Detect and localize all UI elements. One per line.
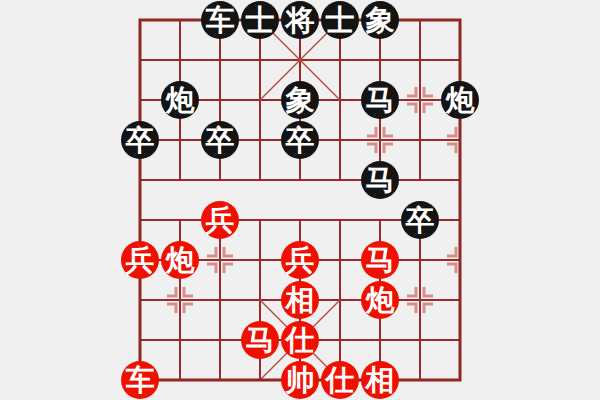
piece-black-soldier[interactable]: 卒 [121,121,159,159]
piece-red-soldier[interactable]: 兵 [281,241,319,279]
piece-red-soldier[interactable]: 兵 [201,201,239,239]
piece-red-advisor[interactable]: 仕 [281,321,319,359]
piece-black-advisor[interactable]: 士 [321,1,359,39]
piece-red-elephant[interactable]: 相 [361,361,399,399]
piece-black-cannon[interactable]: 炮 [441,81,479,119]
piece-black-horse[interactable]: 马 [361,161,399,199]
piece-black-soldier[interactable]: 卒 [401,201,439,239]
piece-black-advisor[interactable]: 士 [241,1,279,39]
piece-red-elephant[interactable]: 相 [281,281,319,319]
piece-red-cannon[interactable]: 炮 [161,241,199,279]
piece-red-advisor[interactable]: 仕 [321,361,359,399]
piece-black-elephant[interactable]: 象 [281,81,319,119]
piece-black-cannon[interactable]: 炮 [161,81,199,119]
piece-red-horse[interactable]: 马 [241,321,279,359]
xiangqi-app: 车士将士象炮象马炮卒卒卒马兵卒兵炮兵马相炮马仕车帅仕相 [0,0,600,400]
piece-black-soldier[interactable]: 卒 [281,121,319,159]
piece-black-elephant[interactable]: 象 [361,1,399,39]
piece-black-horse[interactable]: 马 [361,81,399,119]
piece-red-soldier[interactable]: 兵 [121,241,159,279]
piece-black-rook[interactable]: 车 [201,1,239,39]
piece-red-cannon[interactable]: 炮 [361,281,399,319]
piece-red-horse[interactable]: 马 [361,241,399,279]
board-intersections[interactable]: 车士将士象炮象马炮卒卒卒马兵卒兵炮兵马相炮马仕车帅仕相 [120,0,480,400]
piece-red-king[interactable]: 帅 [281,361,319,399]
piece-black-soldier[interactable]: 卒 [201,121,239,159]
piece-black-king[interactable]: 将 [281,1,319,39]
piece-red-rook[interactable]: 车 [121,361,159,399]
